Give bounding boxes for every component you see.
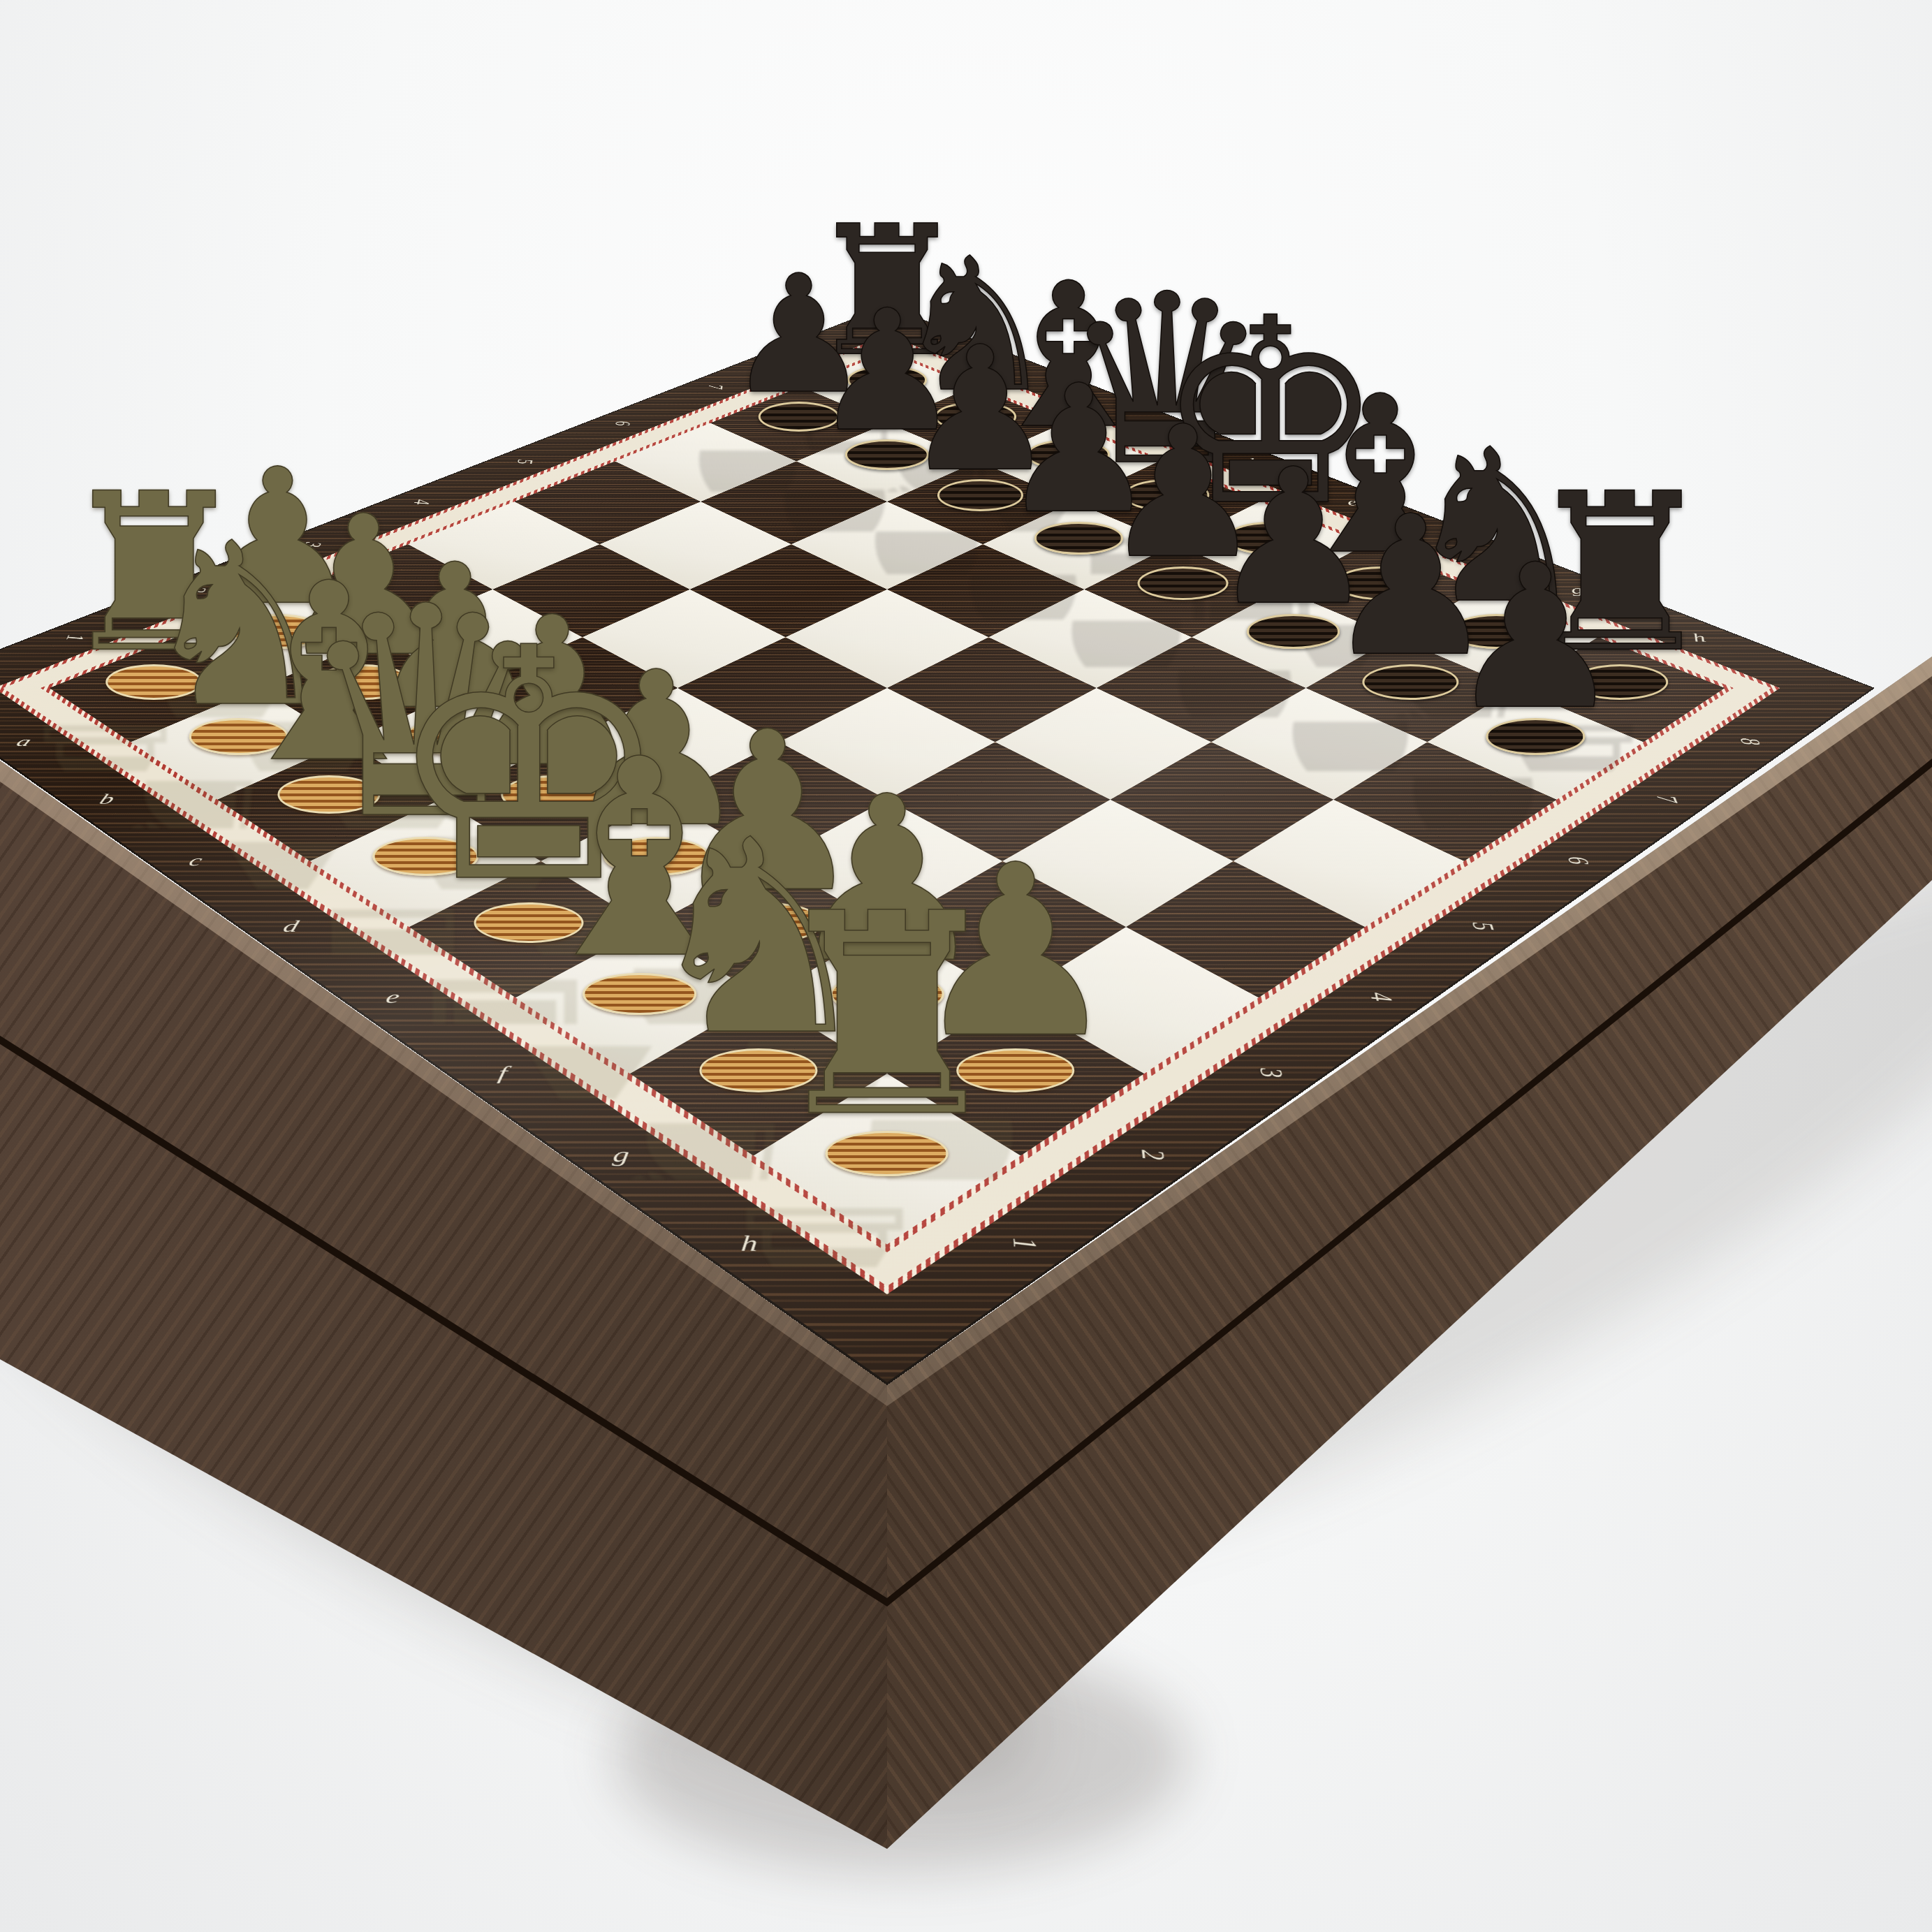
rank-label-6: 6 (1563, 857, 1594, 865)
rank-label-3: 3 (1255, 1068, 1288, 1078)
piece-glyph: ♟ (1447, 546, 1625, 729)
rank-label-7: 7 (1652, 796, 1682, 803)
rank-label-far-6: 6 (612, 421, 634, 425)
box-shadow-corner (615, 1641, 1187, 1872)
photo-scene: aa11bb22cc33dd44ee55ff66gg77hh88 ♜♜♞♞♝♝♛… (0, 0, 1932, 1932)
rank-label-4: 4 (1366, 993, 1398, 1002)
piece-glyph: ♜ (763, 888, 1012, 1144)
file-label-g: g (612, 1145, 631, 1165)
pieces-layer: ♜♜♞♞♝♝♛♛♚♚♝♝♞♞♜♜♟♟♟♟♟♟♟♟♟♟♟♟♟♟♟♟♟♟♟♟♟♟♟♟… (0, 0, 1932, 1932)
file-label-h: h (740, 1233, 759, 1255)
rank-label-far-5: 5 (513, 460, 536, 464)
rank-label-far-7: 7 (705, 385, 726, 389)
rank-label-2: 2 (1136, 1150, 1170, 1160)
rank-label-5: 5 (1468, 922, 1499, 930)
rank-label-1: 1 (1008, 1238, 1042, 1249)
rank-label-8: 8 (1736, 738, 1765, 745)
